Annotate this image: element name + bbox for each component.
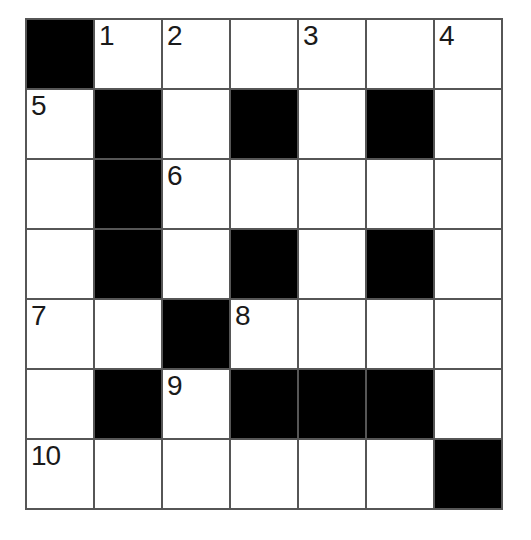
cell-r4c2 [95, 230, 161, 298]
cell-r6c4 [231, 370, 297, 438]
clue-number-6: 6 [167, 161, 182, 190]
clue-number-9: 9 [167, 371, 182, 400]
cell-r1c3[interactable]: 2 [163, 20, 229, 88]
cell-r5c2[interactable] [95, 300, 161, 368]
clue-number-3: 3 [303, 21, 318, 50]
cell-r3c2 [95, 160, 161, 228]
cell-r7c6[interactable] [367, 440, 433, 508]
cell-r4c5[interactable] [299, 230, 365, 298]
cell-r5c7[interactable] [435, 300, 501, 368]
cell-r2c5[interactable] [299, 90, 365, 158]
cell-r1c7[interactable]: 4 [435, 20, 501, 88]
cell-r7c2[interactable] [95, 440, 161, 508]
clue-number-1: 1 [99, 21, 114, 50]
cell-r2c2 [95, 90, 161, 158]
cell-r7c4[interactable] [231, 440, 297, 508]
cell-r1c5[interactable]: 3 [299, 20, 365, 88]
cell-r3c1[interactable] [27, 160, 93, 228]
cell-r5c1[interactable]: 7 [27, 300, 93, 368]
cell-r4c3[interactable] [163, 230, 229, 298]
cell-r6c7[interactable] [435, 370, 501, 438]
cell-r5c5[interactable] [299, 300, 365, 368]
cell-r2c7[interactable] [435, 90, 501, 158]
cell-r2c6 [367, 90, 433, 158]
cell-r4c1[interactable] [27, 230, 93, 298]
cell-r3c6[interactable] [367, 160, 433, 228]
cell-r1c6[interactable] [367, 20, 433, 88]
cell-r3c7[interactable] [435, 160, 501, 228]
clue-number-10: 10 [31, 441, 60, 470]
cell-r6c5 [299, 370, 365, 438]
cell-r4c6 [367, 230, 433, 298]
cell-r6c3[interactable]: 9 [163, 370, 229, 438]
cell-r7c5[interactable] [299, 440, 365, 508]
clue-number-5: 5 [31, 91, 46, 120]
cell-r1c1 [27, 20, 93, 88]
cell-r5c3 [163, 300, 229, 368]
crossword-board: 12345678910 [25, 18, 503, 510]
cell-r5c6[interactable] [367, 300, 433, 368]
clue-number-2: 2 [167, 21, 182, 50]
cell-r5c4[interactable]: 8 [231, 300, 297, 368]
cell-r6c1[interactable] [27, 370, 93, 438]
cell-r4c4 [231, 230, 297, 298]
clue-number-7: 7 [31, 301, 46, 330]
cell-r3c5[interactable] [299, 160, 365, 228]
cell-r2c1[interactable]: 5 [27, 90, 93, 158]
cell-r7c3[interactable] [163, 440, 229, 508]
cell-r4c7[interactable] [435, 230, 501, 298]
cell-r6c2 [95, 370, 161, 438]
cell-r3c3[interactable]: 6 [163, 160, 229, 228]
cell-r7c7 [435, 440, 501, 508]
clue-number-4: 4 [439, 21, 454, 50]
clue-number-8: 8 [235, 301, 250, 330]
cell-r3c4[interactable] [231, 160, 297, 228]
cell-r6c6 [367, 370, 433, 438]
cell-r1c2[interactable]: 1 [95, 20, 161, 88]
cell-r2c4 [231, 90, 297, 158]
cell-r7c1[interactable]: 10 [27, 440, 93, 508]
cell-r2c3[interactable] [163, 90, 229, 158]
cell-r1c4[interactable] [231, 20, 297, 88]
